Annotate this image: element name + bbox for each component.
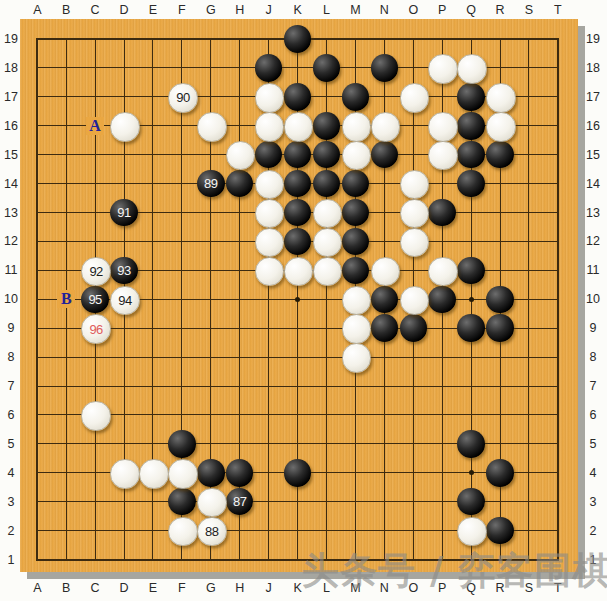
stone-white-K16[interactable] [284,112,314,142]
coordinate-label: F [171,3,193,17]
coordinate-label: 8 [0,350,22,364]
stone-white-D16[interactable] [110,112,140,142]
coordinate-label: 1 [0,553,22,567]
stone-black-F5[interactable] [168,430,196,458]
stone-white-M10[interactable] [342,286,372,316]
stone-black-Q5[interactable] [457,430,485,458]
coordinate-label: B [55,581,77,595]
coordinate-label: 7 [582,379,604,393]
stone-black-Q11[interactable] [457,257,485,285]
grid-line [36,357,559,358]
coordinate-label: 4 [0,466,22,480]
coordinate-label: 13 [0,206,22,220]
coordinate-label: G [200,581,222,595]
coordinate-label: 5 [0,437,22,451]
stone-black-C10[interactable]: 95 [81,286,109,314]
stone-white-C9[interactable]: 96 [81,314,111,344]
coordinate-label: Q [460,3,482,17]
stone-white-M16[interactable] [342,112,372,142]
coordinate-label: 2 [0,524,22,538]
coordinate-label: 11 [582,263,604,277]
stone-black-R9[interactable] [486,314,514,342]
stone-black-Q17[interactable] [457,83,485,111]
coordinate-label: M [344,3,366,17]
stone-black-M11[interactable] [342,257,370,285]
stone-white-O17[interactable] [400,83,430,113]
coordinate-label: J [258,3,280,17]
grid-line [528,38,529,561]
stone-white-M8[interactable] [342,343,372,373]
coordinate-label: 17 [0,90,22,104]
coordinate-label: H [229,581,251,595]
stone-black-K4[interactable] [284,459,312,487]
stone-black-Q3[interactable] [457,488,485,516]
stone-black-Q16[interactable] [457,112,485,140]
coordinate-label: G [200,3,222,17]
move-number: 89 [204,177,217,190]
coordinate-label: 19 [0,32,22,46]
coordinate-label: 10 [0,292,22,306]
stone-white-O13[interactable] [400,199,430,229]
coordinate-label: 12 [582,234,604,248]
move-number: 95 [88,293,101,306]
coordinate-label: A [26,3,48,17]
stone-white-P18[interactable] [428,54,458,84]
coordinate-label: B [55,3,77,17]
coordinate-label: 14 [582,177,604,191]
coordinate-label: 9 [582,321,604,335]
board-label-B: B [57,290,75,308]
stone-white-O10[interactable] [400,286,430,316]
stone-white-G3[interactable] [197,488,227,518]
coordinate-label: 15 [582,148,604,162]
stone-white-C6[interactable] [81,401,111,431]
star-point [469,470,474,475]
move-number: 90 [176,91,189,104]
coordinate-label: 11 [0,263,22,277]
stone-white-F17[interactable]: 90 [168,83,198,113]
coordinate-label: 14 [0,177,22,191]
move-number: 91 [117,206,130,219]
coordinate-label: 3 [582,495,604,509]
stone-white-E4[interactable] [139,459,169,489]
coordinate-label: 6 [0,408,22,422]
stone-white-Q2[interactable] [457,517,487,547]
stone-black-K17[interactable] [284,83,312,111]
stone-white-G16[interactable] [197,112,227,142]
stone-black-D13[interactable]: 91 [110,199,138,227]
coordinate-label: H [229,3,251,17]
star-point [469,297,474,302]
board-label-A: A [86,117,104,135]
coordinate-label: 15 [0,148,22,162]
coordinate-label: 18 [0,61,22,75]
star-point [295,297,300,302]
coordinate-label: 9 [0,321,22,335]
stone-black-R10[interactable] [486,286,514,314]
stone-black-Q14[interactable] [457,170,485,198]
stone-black-R15[interactable] [486,141,514,169]
stone-white-P16[interactable] [428,112,458,142]
coordinate-label: 17 [582,90,604,104]
stone-black-Q9[interactable] [457,314,485,342]
stone-black-F3[interactable] [168,488,196,516]
coordinate-label: 12 [0,234,22,248]
stone-white-G2[interactable]: 88 [197,517,227,547]
stone-white-P15[interactable] [428,141,458,171]
coordinate-label: F [171,581,193,595]
coordinate-label: 16 [0,119,22,133]
coordinate-label: E [142,581,164,595]
coordinate-label: L [316,3,338,17]
coordinate-label: D [113,3,135,17]
move-number: 87 [233,495,246,508]
coordinate-label: S [518,3,540,17]
grid-line [557,38,559,561]
stone-black-P13[interactable] [428,199,456,227]
stone-black-R4[interactable] [486,459,514,487]
stone-white-N16[interactable] [371,112,401,142]
stone-white-R16[interactable] [486,112,516,142]
stone-black-G4[interactable] [197,459,225,487]
move-number: 92 [89,265,102,278]
coordinate-label: 18 [582,61,604,75]
coordinate-label: R [489,3,511,17]
stone-black-L18[interactable] [313,54,341,82]
stone-black-K19[interactable] [284,25,312,53]
coordinate-label: 3 [0,495,22,509]
coordinate-label: A [26,581,48,595]
coordinate-label: K [287,3,309,17]
coordinate-label: O [402,3,424,17]
go-board-diagram: ABCDEFGHJKLMNOPQRST ABCDEFGHJKLMNOPQRST … [0,0,607,601]
coordinate-label: P [431,3,453,17]
stone-white-F4[interactable] [168,459,198,489]
stone-black-N10[interactable] [371,286,399,314]
coordinate-label: 4 [582,466,604,480]
coordinate-label: C [84,581,106,595]
stone-black-P10[interactable] [428,286,456,314]
watermark-text: 头条号 / 弈客围棋 [302,546,607,596]
stone-white-C11[interactable]: 92 [81,257,111,287]
coordinate-label: N [373,3,395,17]
stone-black-G14[interactable]: 89 [197,170,225,198]
coordinate-label: 8 [582,350,604,364]
coordinate-label: 2 [582,524,604,538]
stone-white-O12[interactable] [400,228,430,258]
stone-black-J18[interactable] [255,54,283,82]
coordinate-label: 5 [582,437,604,451]
coordinate-label: 16 [582,119,604,133]
stone-black-M17[interactable] [342,83,370,111]
stone-black-D11[interactable]: 93 [110,257,138,285]
stone-white-R17[interactable] [486,83,516,113]
stone-white-F2[interactable] [168,517,198,547]
coordinate-label: E [142,3,164,17]
stone-white-J16[interactable] [255,112,285,142]
grid-line [36,386,559,387]
stone-white-O14[interactable] [400,170,430,200]
stone-white-D10[interactable]: 94 [110,286,140,316]
move-number: 96 [89,323,102,336]
stone-white-J17[interactable] [255,83,285,113]
stone-black-H4[interactable] [226,459,254,487]
stone-white-M9[interactable] [342,314,372,344]
coordinate-label: 7 [0,379,22,393]
coordinate-label: 19 [582,32,604,46]
stone-black-O9[interactable] [400,314,428,342]
stone-white-L11[interactable] [313,257,343,287]
move-number: 93 [117,264,130,277]
stone-white-Q18[interactable] [457,54,487,84]
move-number: 94 [118,294,131,307]
stone-white-N11[interactable] [371,257,401,287]
coordinate-label: C [84,3,106,17]
stone-white-D4[interactable] [110,459,140,489]
coordinate-label: 6 [582,408,604,422]
coordinate-label: T [547,3,569,17]
stone-black-R2[interactable] [486,517,514,545]
coordinate-label: J [258,581,280,595]
stone-black-N9[interactable] [371,314,399,342]
coordinate-label: 13 [582,206,604,220]
stone-black-N18[interactable] [371,54,399,82]
grid-line [36,414,559,415]
stone-white-P11[interactable] [428,257,458,287]
move-number: 88 [205,525,218,538]
stone-black-L16[interactable] [313,112,341,140]
stone-black-Q15[interactable] [457,141,485,169]
coordinate-label: D [113,581,135,595]
coordinate-label: 10 [582,292,604,306]
